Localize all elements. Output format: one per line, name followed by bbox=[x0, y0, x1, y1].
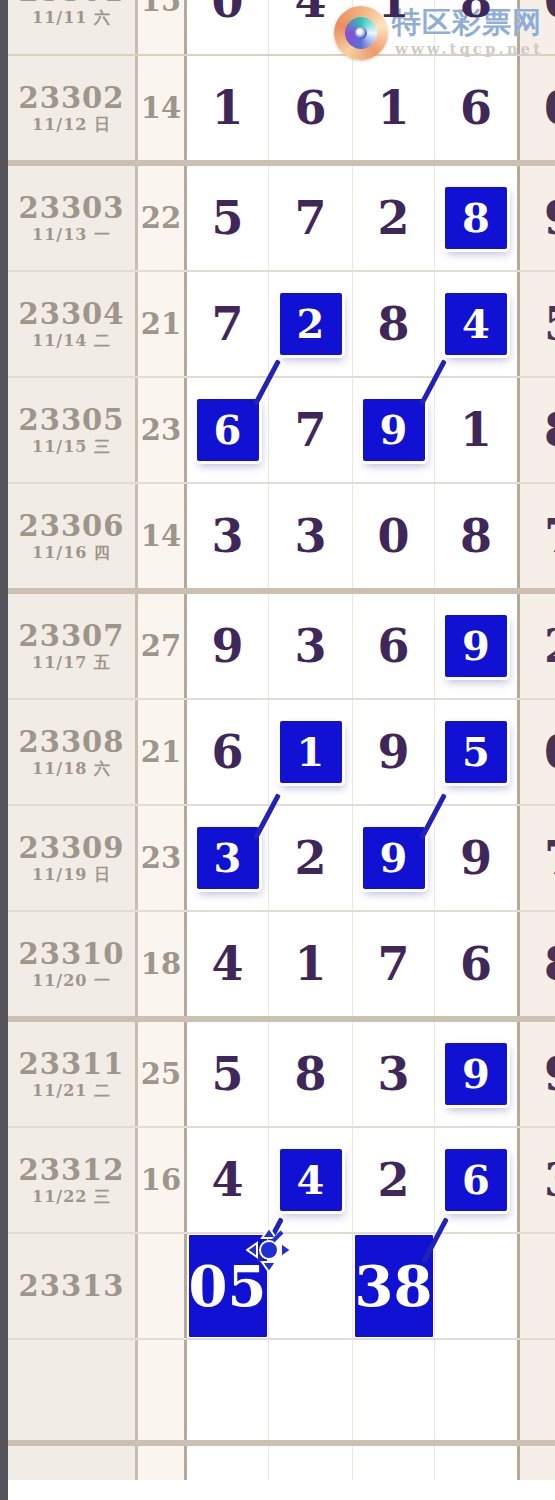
table-row: 2330911/19 日2332997 bbox=[8, 806, 555, 912]
digit-cell: 6 bbox=[187, 700, 268, 804]
digit-cell bbox=[187, 1340, 268, 1440]
digit-value: 2 bbox=[377, 195, 409, 241]
fifth-digit-value: 0 bbox=[520, 0, 555, 24]
sum-cell: 14 bbox=[138, 56, 184, 160]
table-row: 2331111/21 二2558399 bbox=[8, 1022, 555, 1128]
fifth-digit-value: 8 bbox=[520, 407, 555, 453]
table-row: 2330411/14 二2172845 bbox=[8, 272, 555, 378]
issue-cell: 2330211/12 日 bbox=[8, 56, 135, 160]
digit-highlight: 5 bbox=[445, 721, 507, 783]
digit-cell bbox=[352, 1446, 434, 1480]
digit-cell: 1 bbox=[352, 0, 434, 54]
digit-value: 9 bbox=[377, 729, 409, 775]
fifth-digit-value: 9 bbox=[520, 1051, 555, 1097]
next-number-box: 38 bbox=[355, 1235, 433, 1337]
digit-value: 6 bbox=[294, 85, 326, 131]
fifth-digit-cell bbox=[520, 1234, 555, 1338]
fifth-digit-value: 7 bbox=[520, 513, 555, 559]
digit-value: 6 bbox=[377, 623, 409, 669]
fifth-digit-value: 0 bbox=[520, 729, 555, 775]
sum-cell: 21 bbox=[138, 272, 184, 376]
fifth-digit-cell: 5 bbox=[520, 272, 555, 376]
digit-cell: 6 bbox=[434, 56, 517, 160]
issue-date: 11/20 一 bbox=[32, 971, 111, 991]
fifth-digit-value: 2 bbox=[520, 623, 555, 669]
digit-cell: 7 bbox=[268, 378, 352, 482]
digit-cell: 9 bbox=[352, 806, 434, 910]
digit-value: 5 bbox=[211, 195, 243, 241]
digit-cell: 3 bbox=[268, 484, 352, 588]
digit-value: 9 bbox=[462, 1054, 490, 1094]
digit-cell: 9 bbox=[434, 806, 517, 910]
issue-cell: 2330611/16 四 bbox=[8, 484, 135, 588]
digit-value: 4 bbox=[462, 304, 490, 344]
digit-cell: 8 bbox=[434, 166, 517, 270]
fifth-digit-cell: 0 bbox=[520, 700, 555, 804]
digit-cell bbox=[434, 1234, 517, 1338]
digit-value: 1 bbox=[297, 732, 325, 772]
digit-value: 3 bbox=[377, 1051, 409, 1097]
fifth-digit-cell: 2 bbox=[520, 594, 555, 698]
issue-number: 23311 bbox=[19, 1047, 125, 1081]
digit-highlight: 6 bbox=[445, 1149, 507, 1211]
digit-cell: 5 bbox=[434, 700, 517, 804]
issue-cell: 23313 bbox=[8, 1234, 135, 1338]
fifth-digit-cell bbox=[520, 1340, 555, 1440]
table-row: 2330811/18 六2161950 bbox=[8, 700, 555, 806]
clipped-top-row: 2330111/11 六1504180 bbox=[8, 0, 555, 56]
fifth-digit-value: 9 bbox=[520, 195, 555, 241]
issue-cell: 2330111/11 六 bbox=[8, 0, 135, 54]
sum-cell: 15 bbox=[138, 0, 184, 54]
digit-highlight: 3 bbox=[197, 827, 259, 889]
issue-date: 11/18 六 bbox=[32, 759, 111, 779]
issue-number: 23309 bbox=[19, 831, 125, 865]
issue-cell: 2331211/22 三 bbox=[8, 1128, 135, 1232]
digit-cell bbox=[268, 1446, 352, 1480]
fifth-digit-cell: 3 bbox=[520, 1128, 555, 1232]
issue-cell bbox=[8, 1340, 135, 1440]
digit-cell: 6 bbox=[187, 378, 268, 482]
digit-value: 0 bbox=[211, 0, 243, 24]
digit-cell: 2 bbox=[268, 806, 352, 910]
digit-highlight: 2 bbox=[280, 293, 342, 355]
digit-value: 5 bbox=[211, 1051, 243, 1097]
issue-number: 23302 bbox=[19, 81, 125, 115]
fifth-digit-cell: 8 bbox=[520, 912, 555, 1016]
digit-value: 3 bbox=[294, 623, 326, 669]
digit-value: 4 bbox=[297, 1160, 325, 1200]
fifth-digit-cell: 9 bbox=[520, 1022, 555, 1126]
next-number-value: 38 bbox=[355, 1258, 433, 1314]
issue-cell: 2330411/14 二 bbox=[8, 272, 135, 376]
issue-number: 23312 bbox=[19, 1153, 125, 1187]
issue-number: 23301 bbox=[19, 0, 125, 8]
digit-value: 6 bbox=[211, 729, 243, 775]
digit-cell: 4 bbox=[268, 1128, 352, 1232]
fifth-digit-value: 8 bbox=[520, 941, 555, 987]
issue-cell: 2330711/17 五 bbox=[8, 594, 135, 698]
digit-highlight: 8 bbox=[445, 187, 507, 249]
digit-cell: 8 bbox=[352, 272, 434, 376]
digit-value: 3 bbox=[214, 838, 242, 878]
digit-cell: 38 bbox=[352, 1234, 434, 1338]
digit-cell: 3 bbox=[352, 1022, 434, 1126]
fifth-digit-value: 5 bbox=[520, 301, 555, 347]
fifth-digit-value: 7 bbox=[520, 835, 555, 881]
lottery-trend-chart: 2330111/11 六15041802330211/12 日141616023… bbox=[0, 0, 555, 1500]
sum-cell: 23 bbox=[138, 806, 184, 910]
table-row: 2330311/13 一2257289 bbox=[8, 166, 555, 272]
fifth-digit-cell: 0 bbox=[520, 56, 555, 160]
digit-cell: 4 bbox=[187, 912, 268, 1016]
digit-cell: 8 bbox=[434, 0, 517, 54]
fifth-digit-cell: 7 bbox=[520, 484, 555, 588]
sum-cell: 23 bbox=[138, 378, 184, 482]
digit-value: 3 bbox=[211, 513, 243, 559]
issue-cell: 2330511/15 三 bbox=[8, 378, 135, 482]
digit-value: 4 bbox=[294, 0, 326, 24]
sum-cell: 18 bbox=[138, 912, 184, 1016]
digit-cell: 1 bbox=[352, 56, 434, 160]
digit-value: 8 bbox=[460, 0, 492, 24]
issue-number: 23306 bbox=[19, 509, 125, 543]
digit-value: 4 bbox=[211, 941, 243, 987]
digit-cell: 0 bbox=[187, 0, 268, 54]
digit-value: 6 bbox=[460, 85, 492, 131]
digit-cell: 9 bbox=[352, 700, 434, 804]
issue-number: 23310 bbox=[19, 937, 125, 971]
digit-cell: 9 bbox=[187, 594, 268, 698]
digit-highlight: 4 bbox=[445, 293, 507, 355]
digit-cell: 8 bbox=[268, 1022, 352, 1126]
sum-cell: 21 bbox=[138, 700, 184, 804]
table-row: 2330611/16 四1433087 bbox=[8, 484, 555, 588]
issue-date: 11/22 三 bbox=[32, 1187, 111, 1207]
digit-cell: 1 bbox=[268, 700, 352, 804]
digit-cell: 5 bbox=[187, 1022, 268, 1126]
fifth-digit-cell: 9 bbox=[520, 166, 555, 270]
digit-cell: 4 bbox=[268, 0, 352, 54]
issue-number: 23308 bbox=[19, 725, 125, 759]
table-row: 2330511/15 三2367918 bbox=[8, 378, 555, 484]
digit-value: 1 bbox=[377, 85, 409, 131]
digit-value: 9 bbox=[460, 835, 492, 881]
digit-cell: 2 bbox=[352, 1128, 434, 1232]
digit-cell bbox=[187, 1446, 268, 1480]
digit-cell: 8 bbox=[434, 484, 517, 588]
table-row: 2331011/20 一1841768 bbox=[8, 912, 555, 1016]
table-row: 2330711/17 五2793692 bbox=[8, 594, 555, 700]
issue-number: 23304 bbox=[19, 297, 125, 331]
fifth-digit-cell bbox=[520, 1446, 555, 1480]
issue-number: 23305 bbox=[19, 403, 125, 437]
digit-value: 9 bbox=[380, 838, 408, 878]
issue-number: 23307 bbox=[19, 619, 125, 653]
table-row bbox=[8, 1446, 555, 1480]
digit-value: 6 bbox=[462, 1160, 490, 1200]
digit-value: 2 bbox=[377, 1157, 409, 1203]
issue-date: 11/17 五 bbox=[32, 653, 111, 673]
digit-highlight: 4 bbox=[280, 1149, 342, 1211]
issue-date: 11/16 四 bbox=[32, 543, 111, 563]
issue-date: 11/19 日 bbox=[32, 865, 111, 885]
digit-value: 7 bbox=[294, 407, 326, 453]
digit-value: 0 bbox=[377, 513, 409, 559]
sum-cell: 16 bbox=[138, 1128, 184, 1232]
digit-cell: 6 bbox=[268, 56, 352, 160]
digit-cell: 6 bbox=[434, 912, 517, 1016]
digit-value: 7 bbox=[377, 941, 409, 987]
digit-highlight: 9 bbox=[445, 615, 507, 677]
digit-cell bbox=[268, 1340, 352, 1440]
digit-cell: 4 bbox=[187, 1128, 268, 1232]
move-cursor-icon[interactable] bbox=[246, 1227, 292, 1273]
digit-cell: 1 bbox=[268, 912, 352, 1016]
digit-value: 7 bbox=[294, 195, 326, 241]
digit-cell: 7 bbox=[268, 166, 352, 270]
issue-cell: 2330911/19 日 bbox=[8, 806, 135, 910]
digit-cell: 5 bbox=[187, 166, 268, 270]
digit-cell bbox=[352, 1340, 434, 1440]
digit-value: 6 bbox=[460, 941, 492, 987]
digit-value: 9 bbox=[462, 626, 490, 666]
digit-value: 9 bbox=[380, 410, 408, 450]
digit-cell: 9 bbox=[434, 1022, 517, 1126]
issue-cell: 2331011/20 一 bbox=[8, 912, 135, 1016]
digit-cell: 0 bbox=[352, 484, 434, 588]
fifth-digit-value: 0 bbox=[520, 85, 555, 131]
sum-cell: 14 bbox=[138, 484, 184, 588]
issue-date: 11/12 日 bbox=[32, 115, 111, 135]
digit-value: 4 bbox=[211, 1157, 243, 1203]
digit-value: 1 bbox=[294, 941, 326, 987]
digit-value: 2 bbox=[297, 304, 325, 344]
issue-date: 11/13 一 bbox=[32, 225, 111, 245]
issue-number: 23313 bbox=[19, 1269, 125, 1303]
digit-value: 1 bbox=[460, 407, 492, 453]
issue-cell: 2331111/21 二 bbox=[8, 1022, 135, 1126]
digit-cell: 4 bbox=[434, 272, 517, 376]
sum-cell bbox=[138, 1446, 184, 1480]
issue-cell: 2330311/13 一 bbox=[8, 166, 135, 270]
table-row bbox=[8, 1340, 555, 1440]
issue-date: 11/21 二 bbox=[32, 1081, 111, 1101]
digit-cell: 6 bbox=[352, 594, 434, 698]
sum-cell: 27 bbox=[138, 594, 184, 698]
sum-cell bbox=[138, 1340, 184, 1440]
digit-cell: 3 bbox=[187, 806, 268, 910]
digit-cell: 1 bbox=[187, 56, 268, 160]
left-dark-sidebar bbox=[0, 0, 8, 1500]
fifth-digit-cell: 8 bbox=[520, 378, 555, 482]
digit-highlight: 1 bbox=[280, 721, 342, 783]
issue-number: 23303 bbox=[19, 191, 125, 225]
digit-cell bbox=[434, 1340, 517, 1440]
digit-cell bbox=[434, 1446, 517, 1480]
fifth-digit-cell: 7 bbox=[520, 806, 555, 910]
digit-cell: 7 bbox=[352, 912, 434, 1016]
digit-value: 8 bbox=[377, 301, 409, 347]
sum-cell: 25 bbox=[138, 1022, 184, 1126]
digit-cell: 2 bbox=[268, 272, 352, 376]
digit-value: 2 bbox=[294, 835, 326, 881]
digit-cell: 3 bbox=[268, 594, 352, 698]
digit-value: 6 bbox=[214, 410, 242, 450]
digit-highlight: 6 bbox=[197, 399, 259, 461]
issue-date: 11/15 三 bbox=[32, 437, 111, 457]
digit-cell: 6 bbox=[434, 1128, 517, 1232]
digit-value: 8 bbox=[462, 198, 490, 238]
digit-cell: 3 bbox=[187, 484, 268, 588]
sum-cell: 22 bbox=[138, 166, 184, 270]
digit-value: 1 bbox=[377, 0, 409, 24]
digit-value: 7 bbox=[211, 301, 243, 347]
issue-date: 11/14 二 bbox=[32, 331, 111, 351]
sum-cell bbox=[138, 1234, 184, 1338]
digit-highlight: 9 bbox=[363, 827, 425, 889]
fifth-digit-value: 3 bbox=[520, 1157, 555, 1203]
issue-cell bbox=[8, 1446, 135, 1480]
digit-cell: 1 bbox=[434, 378, 517, 482]
table-row: 2330211/12 日1416160 bbox=[8, 56, 555, 160]
digit-value: 3 bbox=[294, 513, 326, 559]
digit-value: 5 bbox=[462, 732, 490, 772]
digit-value: 1 bbox=[211, 85, 243, 131]
digit-value: 8 bbox=[294, 1051, 326, 1097]
fifth-digit-cell: 0 bbox=[520, 0, 555, 54]
digit-cell: 9 bbox=[434, 594, 517, 698]
issue-cell: 2330811/18 六 bbox=[8, 700, 135, 804]
digit-highlight: 9 bbox=[445, 1043, 507, 1105]
digit-cell: 9 bbox=[352, 378, 434, 482]
table-row: 2330111/11 六1504180 bbox=[8, 0, 555, 54]
digit-cell: 7 bbox=[187, 272, 268, 376]
issue-date: 11/11 六 bbox=[32, 8, 111, 28]
digit-value: 8 bbox=[460, 513, 492, 559]
digit-cell: 2 bbox=[352, 166, 434, 270]
digit-highlight: 9 bbox=[363, 399, 425, 461]
digit-value: 9 bbox=[211, 623, 243, 669]
